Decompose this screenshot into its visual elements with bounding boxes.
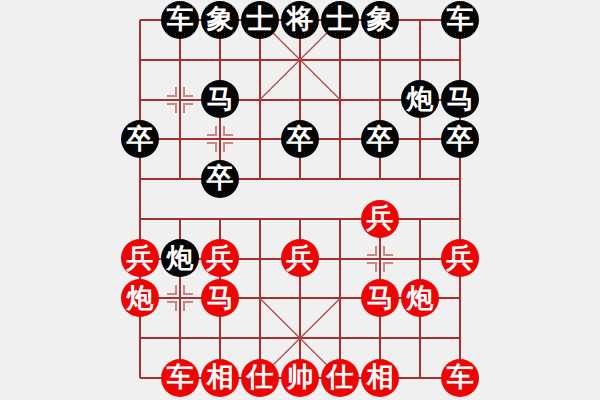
point-3-5[interactable]: 卒	[200, 159, 240, 199]
point-5-10[interactable]: 帅	[280, 358, 320, 398]
point-3-8[interactable]: 马	[200, 278, 240, 318]
point-8-7[interactable]	[400, 239, 440, 279]
piece-black-advisor[interactable]: 士	[321, 1, 359, 39]
piece-red-horse[interactable]: 马	[201, 279, 239, 317]
point-2-8[interactable]	[160, 278, 200, 318]
point-8-10[interactable]	[400, 358, 440, 398]
point-3-4[interactable]	[200, 119, 240, 159]
point-1-7[interactable]: 兵	[120, 239, 160, 279]
point-9-5[interactable]	[440, 159, 480, 199]
board-points: 车象士将士象车马炮马卒卒卒卒卒兵兵炮兵兵兵炮马马炮车相仕帅仕相车	[120, 0, 480, 398]
point-6-10[interactable]: 仕	[320, 358, 360, 398]
piece-black-horse[interactable]: 马	[201, 80, 239, 118]
piece-red-advisor[interactable]: 仕	[321, 359, 359, 397]
point-7-5[interactable]	[360, 159, 400, 199]
piece-red-cannon[interactable]: 炮	[121, 279, 159, 317]
point-2-4[interactable]	[160, 119, 200, 159]
point-5-4[interactable]: 卒	[280, 119, 320, 159]
point-8-3[interactable]: 炮	[400, 80, 440, 120]
point-7-2[interactable]	[360, 40, 400, 80]
point-4-3[interactable]	[240, 80, 280, 120]
point-7-1[interactable]: 象	[360, 0, 400, 40]
piece-red-chariot[interactable]: 车	[161, 359, 199, 397]
piece-red-soldier[interactable]: 兵	[121, 239, 159, 277]
piece-black-soldier[interactable]: 卒	[361, 120, 399, 158]
point-5-1[interactable]: 将	[280, 0, 320, 40]
point-9-8[interactable]	[440, 278, 480, 318]
piece-red-elephant[interactable]: 相	[361, 359, 399, 397]
point-2-1[interactable]: 车	[160, 0, 200, 40]
point-9-9[interactable]	[440, 318, 480, 358]
point-9-3[interactable]: 马	[440, 80, 480, 120]
point-5-6[interactable]	[280, 199, 320, 239]
point-4-8[interactable]	[240, 278, 280, 318]
point-3-3[interactable]: 马	[200, 80, 240, 120]
point-4-4[interactable]	[240, 119, 280, 159]
piece-black-elephant[interactable]: 象	[201, 1, 239, 39]
point-1-4[interactable]: 卒	[120, 119, 160, 159]
point-9-7[interactable]: 兵	[440, 239, 480, 279]
point-1-10[interactable]	[120, 358, 160, 398]
point-9-6[interactable]	[440, 199, 480, 239]
piece-black-chariot[interactable]: 车	[441, 1, 479, 39]
point-4-9[interactable]	[240, 318, 280, 358]
point-5-8[interactable]	[280, 278, 320, 318]
point-2-10[interactable]: 车	[160, 358, 200, 398]
point-4-1[interactable]: 士	[240, 0, 280, 40]
piece-black-soldier[interactable]: 卒	[201, 160, 239, 198]
point-9-4[interactable]: 卒	[440, 119, 480, 159]
point-2-9[interactable]	[160, 318, 200, 358]
point-2-2[interactable]	[160, 40, 200, 80]
piece-black-advisor[interactable]: 士	[241, 1, 279, 39]
point-5-2[interactable]	[280, 40, 320, 80]
point-1-5[interactable]	[120, 159, 160, 199]
piece-red-chariot[interactable]: 车	[441, 359, 479, 397]
point-3-1[interactable]: 象	[200, 0, 240, 40]
piece-black-cannon[interactable]: 炮	[161, 239, 199, 277]
point-1-2[interactable]	[120, 40, 160, 80]
point-8-8[interactable]: 炮	[400, 278, 440, 318]
piece-black-general[interactable]: 将	[281, 1, 319, 39]
point-6-4[interactable]	[320, 119, 360, 159]
point-7-10[interactable]: 相	[360, 358, 400, 398]
piece-black-soldier[interactable]: 卒	[121, 120, 159, 158]
piece-red-general[interactable]: 帅	[281, 359, 319, 397]
point-1-9[interactable]	[120, 318, 160, 358]
point-6-6[interactable]	[320, 199, 360, 239]
point-1-6[interactable]	[120, 199, 160, 239]
point-3-6[interactable]	[200, 199, 240, 239]
piece-red-cannon[interactable]: 炮	[401, 279, 439, 317]
piece-red-advisor[interactable]: 仕	[241, 359, 279, 397]
point-4-10[interactable]: 仕	[240, 358, 280, 398]
point-6-9[interactable]	[320, 318, 360, 358]
point-4-7[interactable]	[240, 239, 280, 279]
point-1-8[interactable]: 炮	[120, 278, 160, 318]
point-5-5[interactable]	[280, 159, 320, 199]
point-3-10[interactable]: 相	[200, 358, 240, 398]
point-9-10[interactable]: 车	[440, 358, 480, 398]
piece-red-horse[interactable]: 马	[361, 279, 399, 317]
point-7-9[interactable]	[360, 318, 400, 358]
piece-red-soldier[interactable]: 兵	[281, 239, 319, 277]
point-3-2[interactable]	[200, 40, 240, 80]
piece-black-soldier[interactable]: 卒	[441, 120, 479, 158]
point-2-6[interactable]	[160, 199, 200, 239]
point-9-1[interactable]: 车	[440, 0, 480, 40]
point-5-7[interactable]: 兵	[280, 239, 320, 279]
point-5-9[interactable]	[280, 318, 320, 358]
piece-red-elephant[interactable]: 相	[201, 359, 239, 397]
point-8-5[interactable]	[400, 159, 440, 199]
point-3-7[interactable]: 兵	[200, 239, 240, 279]
point-4-6[interactable]	[240, 199, 280, 239]
point-8-2[interactable]	[400, 40, 440, 80]
point-7-7[interactable]	[360, 239, 400, 279]
point-6-7[interactable]	[320, 239, 360, 279]
piece-black-cannon[interactable]: 炮	[401, 80, 439, 118]
point-2-3[interactable]	[160, 80, 200, 120]
point-1-3[interactable]	[120, 80, 160, 120]
point-6-8[interactable]	[320, 278, 360, 318]
point-7-6[interactable]: 兵	[360, 199, 400, 239]
piece-black-elephant[interactable]: 象	[361, 1, 399, 39]
point-8-6[interactable]	[400, 199, 440, 239]
point-6-2[interactable]	[320, 40, 360, 80]
point-4-5[interactable]	[240, 159, 280, 199]
point-9-2[interactable]	[440, 40, 480, 80]
xiangqi-board: 车象士将士象车马炮马卒卒卒卒卒兵兵炮兵兵兵炮马马炮车相仕帅仕相车	[120, 0, 480, 398]
point-6-1[interactable]: 士	[320, 0, 360, 40]
point-5-3[interactable]	[280, 80, 320, 120]
point-8-1[interactable]	[400, 0, 440, 40]
point-1-1[interactable]	[120, 0, 160, 40]
point-3-9[interactable]	[200, 318, 240, 358]
point-2-5[interactable]	[160, 159, 200, 199]
point-6-3[interactable]	[320, 80, 360, 120]
piece-red-soldier[interactable]: 兵	[361, 200, 399, 238]
point-6-5[interactable]	[320, 159, 360, 199]
point-4-2[interactable]	[240, 40, 280, 80]
point-2-7[interactable]: 炮	[160, 239, 200, 279]
point-7-4[interactable]: 卒	[360, 119, 400, 159]
point-7-3[interactable]	[360, 80, 400, 120]
piece-black-soldier[interactable]: 卒	[281, 120, 319, 158]
xiangqi-app: 车象士将士象车马炮马卒卒卒卒卒兵兵炮兵兵兵炮马马炮车相仕帅仕相车	[0, 0, 600, 400]
piece-red-soldier[interactable]: 兵	[441, 239, 479, 277]
point-7-8[interactable]: 马	[360, 278, 400, 318]
piece-black-horse[interactable]: 马	[441, 80, 479, 118]
piece-red-soldier[interactable]: 兵	[201, 239, 239, 277]
piece-black-chariot[interactable]: 车	[161, 1, 199, 39]
point-8-4[interactable]	[400, 119, 440, 159]
point-8-9[interactable]	[400, 318, 440, 358]
